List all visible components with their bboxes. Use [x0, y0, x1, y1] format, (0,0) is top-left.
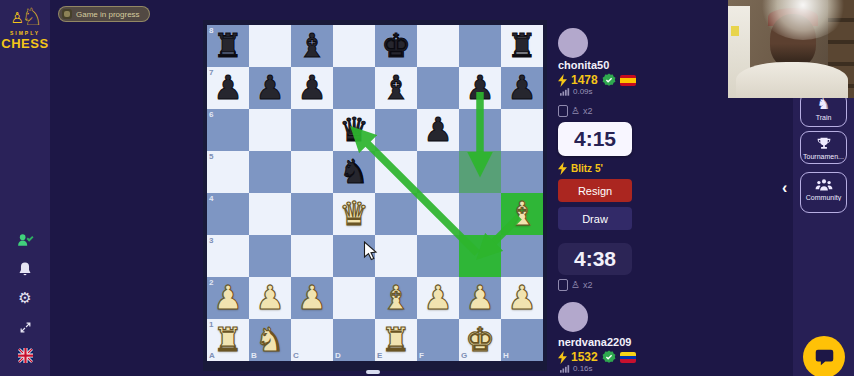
opponent-takebacks-count: x2: [583, 106, 593, 116]
language-uk-flag-icon[interactable]: [0, 348, 50, 363]
square-a6[interactable]: 6: [207, 109, 249, 151]
people-icon: [801, 177, 846, 192]
square-e3[interactable]: [375, 235, 417, 277]
square-b2[interactable]: ♟: [249, 277, 291, 319]
white-queen-d4[interactable]: ♛: [333, 193, 375, 235]
square-d6[interactable]: ♛: [333, 109, 375, 151]
square-a1[interactable]: ♜1A: [207, 319, 249, 361]
rank-label-2: 2: [209, 278, 213, 287]
square-g1[interactable]: ♚G: [459, 319, 501, 361]
rank-label-3: 3: [209, 236, 213, 245]
square-b5[interactable]: [249, 151, 291, 193]
black-queen-d6[interactable]: ♛: [333, 109, 375, 151]
square-a8[interactable]: ♜8: [207, 25, 249, 67]
square-c6[interactable]: [291, 109, 333, 151]
black-pawn-f6[interactable]: ♟: [417, 109, 459, 151]
square-h2[interactable]: ♟: [501, 277, 543, 319]
player-latency-value: 0.16s: [573, 364, 593, 373]
app-logo[interactable]: ♙♘ SIMPLY CHESS: [0, 5, 50, 50]
square-c4[interactable]: [291, 193, 333, 235]
square-a5[interactable]: 5: [207, 151, 249, 193]
square-g7[interactable]: ♟: [459, 67, 501, 109]
file-label-e: E: [377, 351, 382, 360]
game-status-icon: [62, 9, 72, 19]
board-grid: ♜8♝♚♜♟7♟♟♝♟♟6♛♟5♞4♛♝3♟2♟♟♝♟♟♟♜1A♞BCD♜EF♚…: [207, 25, 543, 361]
board-frame: ♜8♝♚♜♟7♟♟♝♟♟6♛♟5♞4♛♝3♟2♟♟♝♟♟♟♜1A♞BCD♜EF♚…: [203, 20, 547, 371]
logo-knight-icon: ♙♘: [0, 5, 50, 29]
signal-bars-icon: [560, 364, 570, 373]
square-d8[interactable]: [333, 25, 375, 67]
white-pawn-c2[interactable]: ♟: [291, 277, 333, 319]
fullscreen-expand-icon[interactable]: [0, 321, 50, 334]
black-pawn-c7[interactable]: ♟: [291, 67, 333, 109]
opponent-takebacks: ♙ x2: [558, 105, 592, 117]
opponent-latency: 0.09s: [560, 87, 593, 96]
file-label-b: B: [251, 351, 257, 360]
logo-text-big: CHESS: [0, 37, 50, 50]
black-bishop-c8[interactable]: ♝: [291, 25, 333, 67]
community-label: Community: [801, 194, 846, 201]
takeback-board-icon: [558, 279, 568, 291]
lightning-icon: [558, 74, 567, 87]
square-f6[interactable]: ♟: [417, 109, 459, 151]
square-f4[interactable]: [417, 193, 459, 235]
player-takebacks: ♙ x2: [558, 279, 592, 291]
takeback-board-icon: [558, 105, 568, 117]
square-h3[interactable]: [501, 235, 543, 277]
resign-button[interactable]: Resign: [558, 179, 632, 202]
opponent-rating-row: 1478: [558, 73, 636, 87]
trophy-icon: [801, 136, 846, 151]
venezuela-flag-icon: [620, 352, 636, 363]
square-d7[interactable]: [333, 67, 375, 109]
community-button[interactable]: Community: [800, 172, 847, 213]
square-e5[interactable]: [375, 151, 417, 193]
square-b3[interactable]: [249, 235, 291, 277]
rank-label-1: 1: [209, 320, 213, 329]
black-king-e8[interactable]: ♚: [375, 25, 417, 67]
black-pawn-g7[interactable]: ♟: [459, 67, 501, 109]
square-g8[interactable]: [459, 25, 501, 67]
opponent-rating: 1478: [571, 73, 598, 87]
player-avatar[interactable]: [558, 302, 588, 332]
square-a7[interactable]: ♟7: [207, 67, 249, 109]
white-pawn-f2[interactable]: ♟: [417, 277, 459, 319]
square-f1[interactable]: F: [417, 319, 459, 361]
opponent-clock: 4:15: [558, 122, 632, 156]
file-label-d: D: [335, 351, 341, 360]
square-e2[interactable]: ♝: [375, 277, 417, 319]
app-root: { "game": "chess", "position": "r1b1k2r/…: [0, 0, 854, 376]
square-e7[interactable]: ♝: [375, 67, 417, 109]
square-f8[interactable]: [417, 25, 459, 67]
takeback-pawn-icon: ♙: [571, 280, 580, 290]
rank-label-4: 4: [209, 194, 213, 203]
draw-button[interactable]: Draw: [558, 207, 632, 230]
square-g3[interactable]: [459, 235, 501, 277]
tournament-button[interactable]: Tournamen...: [800, 131, 847, 164]
file-label-f: F: [419, 351, 424, 360]
square-e8[interactable]: ♚: [375, 25, 417, 67]
black-bishop-e7[interactable]: ♝: [375, 67, 417, 109]
square-h8[interactable]: ♜: [501, 25, 543, 67]
square-e6[interactable]: [375, 109, 417, 151]
signal-bars-icon: [560, 87, 570, 96]
square-f3[interactable]: [417, 235, 459, 277]
player-clock: 4:38: [558, 243, 632, 275]
rank-label-8: 8: [209, 26, 213, 35]
square-b1[interactable]: ♞B: [249, 319, 291, 361]
square-b7[interactable]: ♟: [249, 67, 291, 109]
black-rook-h8[interactable]: ♜: [501, 25, 543, 67]
mouse-cursor: [363, 241, 378, 261]
opponent-name: chonita50: [558, 59, 609, 71]
player-rating-row: 1532: [558, 350, 636, 364]
rank-label-5: 5: [209, 152, 213, 161]
opponent-avatar[interactable]: [558, 28, 588, 58]
square-g5[interactable]: [459, 151, 501, 193]
verified-badge-icon: [602, 73, 616, 87]
black-pawn-h7[interactable]: ♟: [501, 67, 543, 109]
square-a2[interactable]: ♟2: [207, 277, 249, 319]
square-c1[interactable]: C: [291, 319, 333, 361]
game-status-pill: Game in progress: [58, 6, 150, 22]
takeback-pawn-icon: ♙: [571, 106, 580, 116]
white-pawn-g2[interactable]: ♟: [459, 277, 501, 319]
white-pawn-b2[interactable]: ♟: [249, 277, 291, 319]
square-h1[interactable]: H: [501, 319, 543, 361]
collapse-panel-chevron[interactable]: ‹: [782, 179, 787, 197]
square-a3[interactable]: 3: [207, 235, 249, 277]
square-g4[interactable]: [459, 193, 501, 235]
square-c5[interactable]: [291, 151, 333, 193]
chat-bubble-button[interactable]: [803, 336, 845, 376]
square-h5[interactable]: [501, 151, 543, 193]
player-takebacks-count: x2: [583, 280, 593, 290]
square-d4[interactable]: ♛: [333, 193, 375, 235]
square-c8[interactable]: ♝: [291, 25, 333, 67]
file-label-g: G: [461, 351, 467, 360]
player-latency: 0.16s: [560, 364, 593, 373]
rank-label-6: 6: [209, 110, 213, 119]
left-sidebar: ♙♘ SIMPLY CHESS ⚙: [0, 0, 50, 376]
white-bishop-h4[interactable]: ♝: [501, 193, 543, 235]
square-f2[interactable]: ♟: [417, 277, 459, 319]
player-name: nerdvana2209: [558, 336, 631, 348]
game-status-text: Game in progress: [76, 10, 140, 19]
square-h6[interactable]: [501, 109, 543, 151]
knight-icon: ♞: [801, 97, 846, 112]
square-d5[interactable]: ♞: [333, 151, 375, 193]
verified-badge-icon: [602, 350, 616, 364]
notifications-bell-icon[interactable]: [0, 262, 50, 277]
black-pawn-b7[interactable]: ♟: [249, 67, 291, 109]
webcam-video-feed[interactable]: [728, 0, 854, 98]
square-d1[interactable]: D: [333, 319, 375, 361]
black-knight-d5[interactable]: ♞: [333, 151, 375, 193]
lightning-icon: [558, 351, 567, 364]
square-a4[interactable]: 4: [207, 193, 249, 235]
tournament-label: Tournamen...: [801, 153, 846, 160]
square-e1[interactable]: ♜E: [375, 319, 417, 361]
board-bottom-handle: [366, 370, 380, 374]
train-label: Train: [801, 114, 846, 121]
online-status-icon[interactable]: [0, 233, 50, 247]
square-f5[interactable]: [417, 151, 459, 193]
square-e4[interactable]: [375, 193, 417, 235]
white-pawn-h2[interactable]: ♟: [501, 277, 543, 319]
lightning-icon: [558, 162, 567, 175]
square-g6[interactable]: [459, 109, 501, 151]
square-h4[interactable]: ♝: [501, 193, 543, 235]
time-control: Blitz 5': [558, 162, 603, 175]
square-c2[interactable]: ♟: [291, 277, 333, 319]
square-d2[interactable]: [333, 277, 375, 319]
square-b6[interactable]: [249, 109, 291, 151]
square-c7[interactable]: ♟: [291, 67, 333, 109]
square-b4[interactable]: [249, 193, 291, 235]
white-bishop-e2[interactable]: ♝: [375, 277, 417, 319]
file-label-h: H: [503, 351, 509, 360]
time-control-label: Blitz 5': [571, 163, 603, 174]
spain-flag-icon: [620, 75, 636, 86]
file-label-c: C: [293, 351, 299, 360]
chat-icon: [815, 349, 834, 366]
square-c3[interactable]: [291, 235, 333, 277]
settings-gear-icon[interactable]: ⚙: [0, 291, 50, 306]
square-g2[interactable]: ♟: [459, 277, 501, 319]
square-h7[interactable]: ♟: [501, 67, 543, 109]
square-f7[interactable]: [417, 67, 459, 109]
player-rating: 1532: [571, 350, 598, 364]
square-b8[interactable]: [249, 25, 291, 67]
file-label-a: A: [209, 351, 215, 360]
opponent-latency-value: 0.09s: [573, 87, 593, 96]
rank-label-7: 7: [209, 68, 213, 77]
